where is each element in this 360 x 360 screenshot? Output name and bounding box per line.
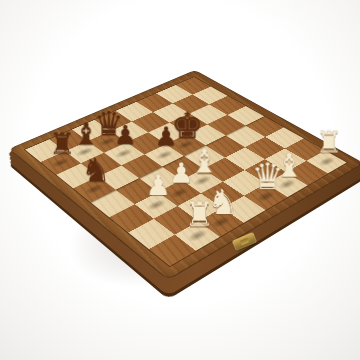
square-a5[interactable]: ♞ xyxy=(73,176,115,202)
black-knight-a5[interactable]: ♞ xyxy=(77,148,115,190)
white-rook-h1[interactable]: ♜ xyxy=(310,123,346,164)
chess-board: ♜♝♛♟♞♟♚♟♟♝♜♞♛♝♜ xyxy=(9,70,360,280)
square-a7[interactable]: ♜ xyxy=(40,151,80,175)
black-rook-a7[interactable]: ♜ xyxy=(44,124,81,165)
white-queen-e1[interactable]: ♛ xyxy=(248,155,287,198)
scene: ♜♝♛♟♞♟♚♟♟♝♜♞♛♝♜ xyxy=(0,0,360,360)
board-grid: ♜♝♛♟♞♟♚♟♟♝♜♞♛♝♜ xyxy=(25,77,347,266)
white-rook-b1[interactable]: ♜ xyxy=(179,192,220,238)
board-frame: ♜♝♛♟♞♟♚♟♟♝♜♞♛♝♜ xyxy=(9,70,360,280)
white-pawn-b3[interactable]: ♟ xyxy=(138,163,177,207)
black-pawn-d5[interactable]: ♟ xyxy=(148,116,184,156)
